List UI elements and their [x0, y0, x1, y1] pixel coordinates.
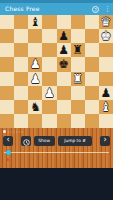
square-f7[interactable] — [71, 29, 85, 43]
bottom-background — [0, 168, 113, 200]
square-a6[interactable] — [0, 43, 14, 57]
square-e4[interactable] — [57, 72, 71, 86]
square-h6[interactable] — [99, 43, 113, 57]
square-g3[interactable] — [85, 86, 99, 100]
piece-white-pawn[interactable]: ♟ — [44, 86, 55, 100]
square-a5[interactable] — [0, 57, 14, 71]
square-f1[interactable] — [71, 114, 85, 128]
prev-move-button[interactable]: ‹ — [3, 136, 13, 146]
square-b2[interactable] — [14, 100, 28, 114]
slider-track — [4, 152, 109, 153]
move-marker-dot — [3, 130, 6, 133]
square-c3[interactable] — [28, 86, 42, 100]
move-slider[interactable] — [4, 149, 109, 156]
square-f4[interactable]: ♜ — [71, 72, 85, 86]
square-a7[interactable] — [0, 29, 14, 43]
slider-thumb[interactable] — [6, 150, 11, 155]
overflow-menu-icon[interactable]: ⋮ — [104, 3, 111, 15]
clock-icon — [23, 131, 30, 150]
move-list-text: ı ı ı ı ı ı — [8, 129, 23, 133]
square-e5[interactable]: ♚ — [57, 57, 71, 71]
jump-to-button-label: Jump to # — [64, 138, 86, 143]
square-c1[interactable] — [28, 114, 42, 128]
piece-white-queen[interactable]: ♛ — [101, 15, 112, 29]
square-h8[interactable]: ♛ — [99, 15, 113, 29]
piece-black-rook[interactable]: ♜ — [72, 43, 83, 57]
square-g2[interactable] — [85, 100, 99, 114]
square-c8[interactable]: ♝ — [28, 15, 42, 29]
show-button-label: Show — [39, 138, 51, 143]
square-h7[interactable]: ♚ — [99, 29, 113, 43]
square-h3[interactable]: ♟ — [99, 86, 113, 100]
square-h5[interactable] — [99, 57, 113, 71]
square-a3[interactable] — [0, 86, 14, 100]
square-h4[interactable] — [99, 72, 113, 86]
button-row: ‹ Show Jump to # › — [0, 135, 113, 146]
square-c4[interactable]: ♟ — [28, 72, 42, 86]
square-h1[interactable] — [99, 114, 113, 128]
chess-board[interactable]: ♝♛♟♚♟♜♟♚♟♜♟♟♞♝ — [0, 15, 113, 128]
square-d7[interactable] — [42, 29, 56, 43]
square-g6[interactable] — [85, 43, 99, 57]
square-a1[interactable] — [0, 114, 14, 128]
next-move-button[interactable]: › — [100, 136, 110, 146]
piece-black-bishop[interactable]: ♝ — [30, 15, 41, 29]
square-b7[interactable] — [14, 29, 28, 43]
square-g4[interactable] — [85, 72, 99, 86]
square-a2[interactable] — [0, 100, 14, 114]
square-g7[interactable] — [85, 29, 99, 43]
square-b4[interactable] — [14, 72, 28, 86]
square-c7[interactable] — [28, 29, 42, 43]
piece-black-pawn[interactable]: ♟ — [58, 29, 69, 43]
square-b8[interactable] — [14, 15, 28, 29]
square-c6[interactable] — [28, 43, 42, 57]
status-dot — [6, 158, 9, 161]
square-e7[interactable]: ♟ — [57, 29, 71, 43]
square-d6[interactable] — [42, 43, 56, 57]
piece-black-king[interactable]: ♚ — [58, 57, 69, 71]
square-a8[interactable] — [0, 15, 14, 29]
square-e6[interactable]: ♟ — [57, 43, 71, 57]
square-c2[interactable]: ♞ — [28, 100, 42, 114]
piece-white-king[interactable]: ♚ — [101, 29, 112, 43]
square-e1[interactable] — [57, 114, 71, 128]
square-c5[interactable]: ♟ — [28, 57, 42, 71]
square-d1[interactable] — [42, 114, 56, 128]
clock-button[interactable] — [21, 136, 31, 146]
square-h2[interactable]: ♝ — [99, 100, 113, 114]
piece-white-pawn[interactable]: ♟ — [30, 72, 41, 86]
square-f6[interactable]: ♜ — [71, 43, 85, 57]
piece-black-pawn[interactable]: ♟ — [101, 86, 112, 100]
square-d4[interactable] — [42, 72, 56, 86]
square-d8[interactable] — [42, 15, 56, 29]
help-icon[interactable]: ? — [92, 6, 99, 13]
show-button[interactable]: Show — [34, 136, 54, 146]
jump-to-button[interactable]: Jump to # — [58, 136, 92, 146]
piece-black-knight[interactable]: ♞ — [30, 100, 41, 114]
square-g1[interactable] — [85, 114, 99, 128]
control-panel: ı ı ı ı ı ı ‹ Show Jump to # › — [0, 128, 113, 168]
square-b6[interactable] — [14, 43, 28, 57]
center-button-group: Show Jump to # — [21, 136, 91, 146]
square-d3[interactable]: ♟ — [42, 86, 56, 100]
square-f5[interactable] — [71, 57, 85, 71]
square-d5[interactable] — [42, 57, 56, 71]
square-f3[interactable] — [71, 86, 85, 100]
square-e8[interactable] — [57, 15, 71, 29]
square-a4[interactable] — [0, 72, 14, 86]
piece-white-pawn[interactable]: ♟ — [30, 57, 41, 71]
square-g8[interactable] — [85, 15, 99, 29]
square-b5[interactable] — [14, 57, 28, 71]
square-b3[interactable] — [14, 86, 28, 100]
square-f2[interactable] — [71, 100, 85, 114]
piece-white-bishop[interactable]: ♝ — [101, 100, 112, 114]
title-bar: Chess Free ? ⋮ — [0, 3, 113, 15]
square-e2[interactable] — [57, 100, 71, 114]
piece-white-rook[interactable]: ♜ — [72, 72, 83, 86]
square-d2[interactable] — [42, 100, 56, 114]
app-title: Chess Free — [0, 3, 92, 15]
square-b1[interactable] — [14, 114, 28, 128]
move-list-strip: ı ı ı ı ı ı — [3, 129, 39, 133]
square-e3[interactable] — [57, 86, 71, 100]
square-f8[interactable] — [71, 15, 85, 29]
square-g5[interactable] — [85, 57, 99, 71]
piece-black-pawn[interactable]: ♟ — [58, 43, 69, 57]
